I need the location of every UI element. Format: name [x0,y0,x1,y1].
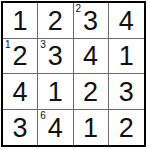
cell-r3c3[interactable]: 2 [74,74,109,110]
cell-r3c4[interactable]: 3 [109,74,144,110]
cell-value: 1 [48,79,63,106]
cell-value: 2 [119,115,134,142]
cell-value: 3 [48,43,63,70]
cell-r1c3[interactable]: 23 [74,3,109,39]
cell-r4c1[interactable]: 3 [3,110,38,146]
cell-value: 1 [119,43,134,70]
cell-r2c1[interactable]: 12 [3,39,38,75]
cell-r2c3[interactable]: 4 [74,39,109,75]
cell-r4c4[interactable]: 2 [109,110,144,146]
cell-value: 3 [119,79,134,106]
cell-value: 2 [13,43,28,70]
cell-value: 1 [13,8,28,35]
puzzle-board: 12234123341412336412 [1,1,146,147]
cell-value: 4 [13,79,28,106]
cell-r1c4[interactable]: 4 [109,3,144,39]
corner-clue: 2 [76,3,82,14]
cell-r3c1[interactable]: 4 [3,74,38,110]
cell-value: 1 [83,115,98,142]
cell-value: 3 [13,115,28,142]
cell-value: 2 [83,79,98,106]
cell-r2c4[interactable]: 1 [109,39,144,75]
cell-value: 3 [83,8,98,35]
puzzle-screenshot: 12234123341412336412 [0,0,150,150]
corner-clue: 1 [5,39,11,50]
cell-value: 4 [48,115,63,142]
cell-r1c2[interactable]: 2 [38,3,73,39]
cell-value: 2 [48,8,63,35]
cell-r3c2[interactable]: 1 [38,74,73,110]
cell-r4c3[interactable]: 1 [74,110,109,146]
cell-r1c1[interactable]: 1 [3,3,38,39]
corner-clue: 6 [40,110,46,121]
cell-value: 4 [83,43,98,70]
cell-r2c2[interactable]: 33 [38,39,73,75]
cell-r4c2[interactable]: 64 [38,110,73,146]
cell-value: 4 [119,8,134,35]
corner-clue: 3 [40,39,46,50]
